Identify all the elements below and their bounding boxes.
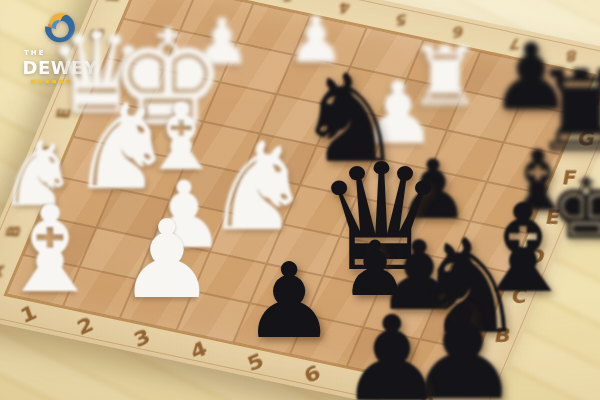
piece-white-rook: ♜ (408, 36, 482, 118)
piece-white-pawn: ♟ (193, 10, 250, 74)
photo-stage: 12345678 HGFEDCBA HGFEDCBA 12345678 ♞♝♛♚… (0, 0, 600, 400)
piece-white-bishop: ♝ (0, 190, 104, 310)
piece-black-queen: ♛ (315, 144, 448, 292)
piece-black-pawn: ♟ (339, 300, 445, 400)
piece-black-pawn: ♟ (242, 249, 335, 353)
logo-tagline-bar (31, 80, 89, 83)
piece-white-pawn: ♟ (287, 8, 344, 72)
piece-white-bishop: ♝ (140, 92, 222, 184)
piece-black-pawn: ♟ (405, 288, 522, 400)
piece-black-rook: ♜ (531, 55, 600, 167)
piece-black-king: ♚ (548, 167, 600, 251)
piece-white-pawn: ♟ (119, 206, 216, 314)
piece-black-pawn: ♟ (341, 231, 409, 307)
piece-black-bishop: ♝ (468, 188, 577, 310)
piece-black-pawn: ♟ (376, 228, 462, 324)
dewey-swirl-icon (41, 10, 79, 44)
piece-white-king: ♚ (109, 12, 227, 144)
piece-black-knight: ♞ (295, 58, 404, 180)
piece-black-pawn: ♟ (396, 149, 470, 231)
piece-white-pawn: ♟ (143, 170, 225, 262)
piece-black-bishop: ♝ (500, 139, 575, 223)
piece-black-pawn: ♟ (490, 32, 572, 124)
dewey-logo: THE DEWEY (14, 10, 106, 83)
piece-white-pawn: ♟ (359, 70, 436, 156)
piece-white-knight: ♞ (0, 129, 78, 219)
logo-word-the: THE (14, 49, 106, 57)
piece-white-knight: ♞ (203, 126, 312, 248)
logo-word-dewey: DEWEY (14, 57, 106, 78)
piece-black-knight: ♞ (411, 222, 528, 352)
piece-white-knight: ♞ (69, 88, 175, 206)
